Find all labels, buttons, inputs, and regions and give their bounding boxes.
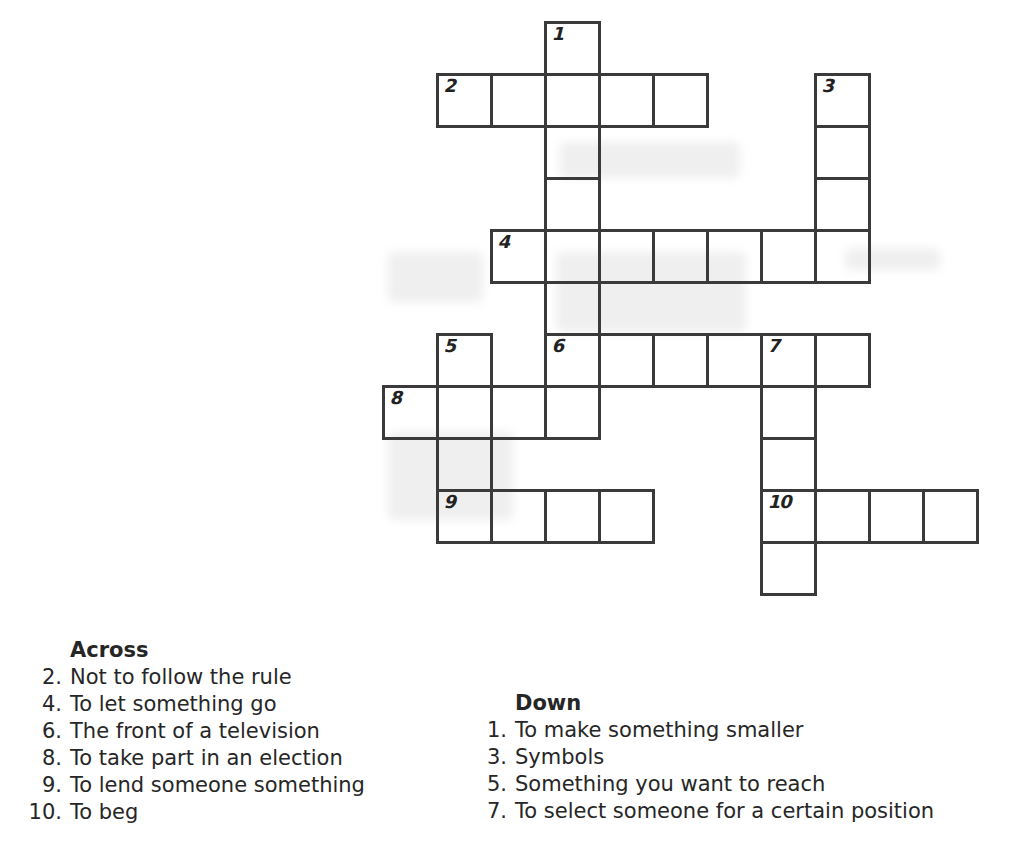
clue-number-label: 5.: [487, 771, 507, 798]
grid-cell-r4c8[interactable]: [814, 229, 871, 284]
clue-text: To select someone for a certain position: [515, 798, 934, 825]
down-list: 1.To make something smaller3.Symbols5.So…: [487, 717, 934, 825]
clue-text: Something you want to reach: [515, 771, 825, 798]
clue-text: Symbols: [515, 744, 604, 771]
grid-cell-r2c3[interactable]: [544, 125, 601, 180]
grid-cell-r5c3[interactable]: [544, 281, 601, 336]
grid-cell-r4c3[interactable]: [544, 229, 601, 284]
grid-cell-r4c7[interactable]: [760, 229, 817, 284]
grid-cell-r6c7[interactable]: 7: [760, 333, 817, 388]
grid-cell-r9c9[interactable]: [868, 489, 925, 544]
grid-cell-r4c4[interactable]: [598, 229, 655, 284]
grid-cell-r9c1[interactable]: 9: [436, 489, 493, 544]
across-list: 2.Not to follow the rule4.To let somethi…: [20, 664, 365, 826]
clue-text: To beg: [70, 799, 138, 826]
clue-number-label: 2.: [20, 664, 62, 691]
across-clue-9: 9.To lend someone something: [20, 772, 365, 799]
down-clue-5: 5.Something you want to reach: [487, 771, 934, 798]
clue-number-label: 6.: [20, 718, 62, 745]
cell-number-9: 9: [444, 493, 456, 512]
clue-number-label: 1.: [487, 717, 507, 744]
grid-cell-r4c2[interactable]: 4: [490, 229, 547, 284]
grid-cell-r9c2[interactable]: [490, 489, 547, 544]
down-header: Down: [515, 690, 934, 717]
grid-cell-r3c8[interactable]: [814, 177, 871, 232]
grid-cell-r9c8[interactable]: [814, 489, 871, 544]
grid-cell-r3c3[interactable]: [544, 177, 601, 232]
grid-cell-r8c7[interactable]: [760, 437, 817, 492]
grid-cell-r7c2[interactable]: [490, 385, 547, 440]
grid-cell-r6c4[interactable]: [598, 333, 655, 388]
clue-number-label: 8.: [20, 745, 62, 772]
clue-text: To lend someone something: [70, 772, 365, 799]
grid-cell-r7c3[interactable]: [544, 385, 601, 440]
across-clue-4: 4.To let something go: [20, 691, 365, 718]
grid-cell-r9c7[interactable]: 10: [760, 489, 817, 544]
cell-number-4: 4: [498, 233, 510, 252]
grid-cell-r10c7[interactable]: [760, 541, 817, 596]
across-clue-2: 2.Not to follow the rule: [20, 664, 365, 691]
grid-cell-r7c1[interactable]: [436, 385, 493, 440]
grid-cell-r9c4[interactable]: [598, 489, 655, 544]
down-clue-7: 7.To select someone for a certain positi…: [487, 798, 934, 825]
grid-cell-r6c1[interactable]: 5: [436, 333, 493, 388]
grid-cell-r6c6[interactable]: [706, 333, 763, 388]
grid-cell-r1c5[interactable]: [652, 73, 709, 128]
clue-text: To take part in an election: [70, 745, 343, 772]
grid-cell-r1c3[interactable]: [544, 73, 601, 128]
grid-cell-r1c2[interactable]: [490, 73, 547, 128]
clue-text: To let something go: [70, 691, 276, 718]
cell-number-1: 1: [552, 25, 564, 44]
clue-number-label: 3.: [487, 744, 507, 771]
down-clue-3: 3.Symbols: [487, 744, 934, 771]
across-clue-6: 6.The front of a television: [20, 718, 365, 745]
down-clue-1: 1.To make something smaller: [487, 717, 934, 744]
clue-number-label: 10.: [20, 799, 62, 826]
grid-cell-r6c3[interactable]: 6: [544, 333, 601, 388]
clue-text: The front of a television: [70, 718, 320, 745]
across-header: Across: [70, 637, 365, 664]
grid-cell-r9c10[interactable]: [922, 489, 979, 544]
across-clue-10: 10.To beg: [20, 799, 365, 826]
grid-cell-r1c1[interactable]: 2: [436, 73, 493, 128]
grid-cell-r7c7[interactable]: [760, 385, 817, 440]
clue-number-label: 9.: [20, 772, 62, 799]
cell-number-8: 8: [390, 389, 402, 408]
cell-number-10: 10: [768, 493, 791, 512]
grid-cell-r9c3[interactable]: [544, 489, 601, 544]
grid-cell-r4c6[interactable]: [706, 229, 763, 284]
grid-cell-r7c0[interactable]: 8: [382, 385, 439, 440]
clue-number-label: 7.: [487, 798, 507, 825]
grid-cell-r2c8[interactable]: [814, 125, 871, 180]
cell-number-3: 3: [822, 77, 834, 96]
across-clue-8: 8.To take part in an election: [20, 745, 365, 772]
grid-cell-r6c8[interactable]: [814, 333, 871, 388]
across-clues: Across 2.Not to follow the rule4.To let …: [20, 637, 365, 826]
clue-text: Not to follow the rule: [70, 664, 292, 691]
down-clues: Down 1.To make something smaller3.Symbol…: [487, 690, 934, 825]
grid-cell-r1c4[interactable]: [598, 73, 655, 128]
grid-cell-r1c8[interactable]: 3: [814, 73, 871, 128]
clue-number-label: 4.: [20, 691, 62, 718]
grid-cell-r8c1[interactable]: [436, 437, 493, 492]
cell-number-6: 6: [552, 337, 564, 356]
clue-text: To make something smaller: [515, 717, 803, 744]
grid-cell-r6c5[interactable]: [652, 333, 709, 388]
grid-cell-r4c5[interactable]: [652, 229, 709, 284]
grid-cell-r0c3[interactable]: 1: [544, 21, 601, 76]
cell-number-7: 7: [768, 337, 780, 356]
cell-number-2: 2: [444, 77, 456, 96]
crossword-worksheet: 12345678910 Across 2.Not to follow the r…: [0, 0, 1009, 844]
crossword-grid: 12345678910: [383, 22, 977, 594]
cell-number-5: 5: [444, 337, 456, 356]
